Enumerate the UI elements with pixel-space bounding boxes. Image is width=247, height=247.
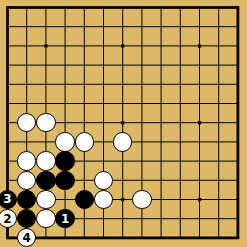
intersection-6-4[interactable]	[94, 55, 113, 74]
white-stone[interactable]	[17, 151, 36, 170]
intersection-9-9[interactable]	[151, 151, 170, 170]
intersection-11-9[interactable]	[190, 151, 209, 170]
intersection-11-12[interactable]	[190, 209, 209, 228]
intersection-4-13[interactable]	[55, 228, 74, 247]
white-stone-move-2[interactable]: 2	[0, 209, 17, 228]
intersection-1-1[interactable]	[0, 0, 17, 17]
intersection-5-11[interactable]	[75, 190, 94, 209]
intersection-6-9[interactable]	[94, 151, 113, 170]
intersection-1-11[interactable]: 3	[0, 190, 17, 209]
intersection-12-11[interactable]	[209, 190, 228, 209]
intersection-2-7[interactable]	[17, 113, 36, 132]
intersection-8-1[interactable]	[132, 0, 151, 17]
intersection-10-12[interactable]	[171, 209, 190, 228]
intersection-13-5[interactable]	[228, 75, 247, 94]
intersection-3-1[interactable]	[36, 0, 55, 17]
intersection-9-1[interactable]	[151, 0, 170, 17]
intersection-9-3[interactable]	[151, 36, 170, 55]
move-number: 3	[3, 193, 11, 205]
intersection-8-5[interactable]	[132, 75, 151, 94]
white-stone[interactable]	[132, 190, 151, 209]
white-stone-move-4[interactable]: 4	[17, 228, 36, 247]
intersection-5-13[interactable]	[75, 228, 94, 247]
intersection-2-3[interactable]	[17, 36, 36, 55]
intersection-11-11[interactable]	[190, 190, 209, 209]
intersection-1-3[interactable]	[0, 36, 17, 55]
intersection-12-7[interactable]	[209, 113, 228, 132]
intersection-7-7[interactable]	[113, 113, 132, 132]
intersection-7-9[interactable]	[113, 151, 132, 170]
intersection-9-7[interactable]	[151, 113, 170, 132]
intersection-3-8[interactable]	[36, 132, 55, 151]
intersection-9-11[interactable]	[151, 190, 170, 209]
intersection-13-3[interactable]	[228, 36, 247, 55]
white-stone[interactable]	[17, 113, 36, 132]
intersection-3-3[interactable]	[36, 36, 55, 55]
intersection-10-8[interactable]	[171, 132, 190, 151]
intersection-8-11[interactable]	[132, 190, 151, 209]
intersection-6-3[interactable]	[94, 36, 113, 55]
white-stone[interactable]	[17, 171, 36, 190]
intersection-2-1[interactable]	[17, 0, 36, 17]
intersection-7-12[interactable]	[113, 209, 132, 228]
intersection-10-1[interactable]	[171, 0, 190, 17]
intersection-4-9[interactable]	[55, 151, 74, 170]
intersection-5-1[interactable]	[75, 0, 94, 17]
intersection-5-12[interactable]	[75, 209, 94, 228]
intersection-4-1[interactable]	[55, 0, 74, 17]
intersection-13-10[interactable]	[228, 171, 247, 190]
intersection-8-3[interactable]	[132, 36, 151, 55]
intersection-12-6[interactable]	[209, 94, 228, 113]
white-stone[interactable]	[75, 132, 94, 151]
intersection-2-4[interactable]	[17, 55, 36, 74]
intersection-13-11[interactable]	[228, 190, 247, 209]
intersection-3-4[interactable]	[36, 55, 55, 74]
intersection-1-10[interactable]	[0, 171, 17, 190]
intersection-4-4[interactable]	[55, 55, 74, 74]
intersection-6-10[interactable]	[94, 171, 113, 190]
black-stone[interactable]	[75, 190, 94, 209]
intersection-2-10[interactable]	[17, 171, 36, 190]
intersection-1-8[interactable]	[0, 132, 17, 151]
intersection-13-6[interactable]	[228, 94, 247, 113]
intersection-4-8[interactable]	[55, 132, 74, 151]
white-stone[interactable]	[94, 190, 113, 209]
intersection-2-12[interactable]	[17, 209, 36, 228]
intersection-5-3[interactable]	[75, 36, 94, 55]
intersection-12-13[interactable]	[209, 228, 228, 247]
intersection-5-7[interactable]	[75, 113, 94, 132]
intersection-10-13[interactable]	[171, 228, 190, 247]
intersection-4-10[interactable]	[55, 171, 74, 190]
intersection-3-13[interactable]	[36, 228, 55, 247]
white-stone[interactable]	[113, 132, 132, 151]
intersection-8-7[interactable]	[132, 113, 151, 132]
intersection-2-2[interactable]	[17, 17, 36, 36]
intersection-11-6[interactable]	[190, 94, 209, 113]
intersection-13-9[interactable]	[228, 151, 247, 170]
intersection-11-8[interactable]	[190, 132, 209, 151]
intersection-8-13[interactable]	[132, 228, 151, 247]
intersection-6-6[interactable]	[94, 94, 113, 113]
intersection-2-13[interactable]: 4	[17, 228, 36, 247]
intersection-10-3[interactable]	[171, 36, 190, 55]
intersection-12-1[interactable]	[209, 0, 228, 17]
white-stone[interactable]	[36, 190, 55, 209]
intersection-13-4[interactable]	[228, 55, 247, 74]
intersection-10-6[interactable]	[171, 94, 190, 113]
move-number: 1	[61, 212, 69, 224]
intersection-8-9[interactable]	[132, 151, 151, 170]
intersection-7-4[interactable]	[113, 55, 132, 74]
intersection-5-10[interactable]	[75, 171, 94, 190]
intersection-9-13[interactable]	[151, 228, 170, 247]
intersection-4-7[interactable]	[55, 113, 74, 132]
intersection-10-7[interactable]	[171, 113, 190, 132]
intersection-7-5[interactable]	[113, 75, 132, 94]
intersection-12-5[interactable]	[209, 75, 228, 94]
go-board: 3214	[0, 0, 247, 247]
intersection-10-4[interactable]	[171, 55, 190, 74]
intersection-3-12[interactable]	[36, 209, 55, 228]
intersection-11-13[interactable]	[190, 228, 209, 247]
intersection-4-3[interactable]	[55, 36, 74, 55]
white-stone[interactable]	[36, 151, 55, 170]
black-stone[interactable]	[17, 190, 36, 209]
intersection-12-9[interactable]	[209, 151, 228, 170]
intersection-3-7[interactable]	[36, 113, 55, 132]
intersection-9-2[interactable]	[151, 17, 170, 36]
intersection-7-2[interactable]	[113, 17, 132, 36]
intersection-13-2[interactable]	[228, 17, 247, 36]
intersection-2-5[interactable]	[17, 75, 36, 94]
intersection-8-2[interactable]	[132, 17, 151, 36]
intersection-3-5[interactable]	[36, 75, 55, 94]
intersection-12-4[interactable]	[209, 55, 228, 74]
move-number: 2	[3, 212, 11, 224]
intersection-5-8[interactable]	[75, 132, 94, 151]
intersection-10-11[interactable]	[171, 190, 190, 209]
intersection-8-8[interactable]	[132, 132, 151, 151]
intersection-1-7[interactable]	[0, 113, 17, 132]
intersection-5-9[interactable]	[75, 151, 94, 170]
intersection-11-10[interactable]	[190, 171, 209, 190]
intersection-6-2[interactable]	[94, 17, 113, 36]
intersection-6-7[interactable]	[94, 113, 113, 132]
intersection-11-4[interactable]	[190, 55, 209, 74]
intersection-7-13[interactable]	[113, 228, 132, 247]
black-stone[interactable]	[55, 151, 74, 170]
intersection-11-2[interactable]	[190, 17, 209, 36]
intersection-4-6[interactable]	[55, 94, 74, 113]
intersection-4-12[interactable]: 1	[55, 209, 74, 228]
intersection-6-13[interactable]	[94, 228, 113, 247]
intersection-6-8[interactable]	[94, 132, 113, 151]
intersection-4-2[interactable]	[55, 17, 74, 36]
intersection-1-4[interactable]	[0, 55, 17, 74]
black-stone-move-3[interactable]: 3	[0, 190, 17, 209]
intersection-7-3[interactable]	[113, 36, 132, 55]
intersection-11-1[interactable]	[190, 0, 209, 17]
intersection-1-6[interactable]	[0, 94, 17, 113]
intersection-3-6[interactable]	[36, 94, 55, 113]
intersection-13-8[interactable]	[228, 132, 247, 151]
intersection-1-5[interactable]	[0, 75, 17, 94]
intersection-9-8[interactable]	[151, 132, 170, 151]
intersection-12-3[interactable]	[209, 36, 228, 55]
intersection-9-12[interactable]	[151, 209, 170, 228]
intersection-4-5[interactable]	[55, 75, 74, 94]
intersection-7-8[interactable]	[113, 132, 132, 151]
intersection-11-5[interactable]	[190, 75, 209, 94]
intersection-10-10[interactable]	[171, 171, 190, 190]
intersection-7-11[interactable]	[113, 190, 132, 209]
intersection-10-9[interactable]	[171, 151, 190, 170]
intersection-5-4[interactable]	[75, 55, 94, 74]
intersection-1-13[interactable]	[0, 228, 17, 247]
white-stone[interactable]	[36, 209, 55, 228]
intersection-9-4[interactable]	[151, 55, 170, 74]
intersection-7-10[interactable]	[113, 171, 132, 190]
intersection-8-4[interactable]	[132, 55, 151, 74]
intersection-13-7[interactable]	[228, 113, 247, 132]
intersection-12-12[interactable]	[209, 209, 228, 228]
intersection-9-5[interactable]	[151, 75, 170, 94]
intersection-11-7[interactable]	[190, 113, 209, 132]
intersection-7-6[interactable]	[113, 94, 132, 113]
intersection-13-12[interactable]	[228, 209, 247, 228]
intersection-2-6[interactable]	[17, 94, 36, 113]
intersection-2-8[interactable]	[17, 132, 36, 151]
intersection-8-6[interactable]	[132, 94, 151, 113]
intersection-9-10[interactable]	[151, 171, 170, 190]
intersection-10-2[interactable]	[171, 17, 190, 36]
intersection-13-1[interactable]	[228, 0, 247, 17]
intersection-3-2[interactable]	[36, 17, 55, 36]
intersection-3-11[interactable]	[36, 190, 55, 209]
intersection-13-13[interactable]	[228, 228, 247, 247]
black-stone[interactable]	[36, 171, 55, 190]
intersection-9-6[interactable]	[151, 94, 170, 113]
intersection-12-8[interactable]	[209, 132, 228, 151]
intersection-8-12[interactable]	[132, 209, 151, 228]
black-stone[interactable]	[55, 171, 74, 190]
intersection-2-9[interactable]	[17, 151, 36, 170]
intersection-12-2[interactable]	[209, 17, 228, 36]
white-stone[interactable]	[55, 132, 74, 151]
intersection-2-11[interactable]	[17, 190, 36, 209]
white-stone[interactable]	[94, 171, 113, 190]
intersection-5-5[interactable]	[75, 75, 94, 94]
intersection-8-10[interactable]	[132, 171, 151, 190]
intersection-1-2[interactable]	[0, 17, 17, 36]
black-stone[interactable]	[17, 209, 36, 228]
intersection-6-1[interactable]	[94, 0, 113, 17]
move-number: 4	[23, 231, 31, 243]
intersection-6-12[interactable]	[94, 209, 113, 228]
intersection-10-5[interactable]	[171, 75, 190, 94]
intersection-4-11[interactable]	[55, 190, 74, 209]
intersection-12-10[interactable]	[209, 171, 228, 190]
intersection-7-1[interactable]	[113, 0, 132, 17]
intersection-1-12[interactable]: 2	[0, 209, 17, 228]
intersection-1-9[interactable]	[0, 151, 17, 170]
intersection-6-5[interactable]	[94, 75, 113, 94]
white-stone[interactable]	[36, 113, 55, 132]
intersection-3-9[interactable]	[36, 151, 55, 170]
intersection-11-3[interactable]	[190, 36, 209, 55]
black-stone-move-1[interactable]: 1	[55, 209, 74, 228]
intersection-5-6[interactable]	[75, 94, 94, 113]
intersection-3-10[interactable]	[36, 171, 55, 190]
intersection-5-2[interactable]	[75, 17, 94, 36]
intersection-6-11[interactable]	[94, 190, 113, 209]
go-board-diagram: 3214	[0, 0, 247, 247]
